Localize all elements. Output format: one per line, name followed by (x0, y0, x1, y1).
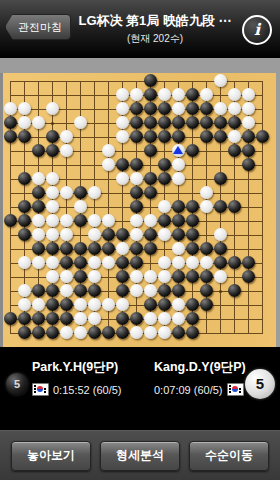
hoshi-point (219, 290, 222, 293)
black-stone (18, 214, 31, 227)
black-stone (18, 200, 31, 213)
black-stone (200, 130, 213, 143)
black-stone (130, 256, 143, 269)
grid-line (262, 81, 263, 334)
black-stone (116, 312, 129, 325)
white-stone (88, 298, 101, 311)
white-stone (200, 88, 213, 101)
black-stone (242, 256, 255, 269)
white-stone (46, 102, 59, 115)
black-stone (186, 88, 199, 101)
info-icon[interactable]: i (242, 15, 272, 45)
white-stone (60, 270, 73, 283)
white-stone (116, 298, 129, 311)
black-stone (186, 326, 199, 339)
black-stone (46, 144, 59, 157)
white-stone (60, 326, 73, 339)
white-stone (116, 102, 129, 115)
white-stone (158, 88, 171, 101)
black-stone (186, 228, 199, 241)
white-stone (158, 326, 171, 339)
black-stone (214, 256, 227, 269)
white-stone (214, 228, 227, 241)
black-stone (186, 298, 199, 311)
black-stone (4, 214, 17, 227)
white-stone (46, 214, 59, 227)
black-stone (116, 158, 129, 171)
white-stone (32, 228, 45, 241)
white-stone (130, 172, 143, 185)
black-stone (158, 298, 171, 311)
white-stone (88, 256, 101, 269)
black-stone (172, 326, 185, 339)
white-stone (60, 130, 73, 143)
black-stone (200, 284, 213, 297)
black-stone (18, 228, 31, 241)
white-stone (116, 242, 129, 255)
white-stone (158, 270, 171, 283)
white-stone (74, 116, 87, 129)
white-stone (172, 88, 185, 101)
white-stone (172, 312, 185, 325)
white-stone (88, 228, 101, 241)
black-stone (88, 326, 101, 339)
white-stone (32, 116, 45, 129)
game-title: LG杯决 第1局 映皓九段 ⋯ (78, 12, 231, 30)
black-stone (172, 228, 185, 241)
white-stone (18, 102, 31, 115)
white-stone (214, 270, 227, 283)
go-board[interactable] (0, 73, 280, 347)
black-stone (186, 312, 199, 325)
white-stone (200, 200, 213, 213)
white-stone (144, 326, 157, 339)
black-player-time: 0:15:52 (60/5) (53, 384, 122, 396)
black-stone (144, 88, 157, 101)
black-stone (74, 214, 87, 227)
white-stone (74, 326, 87, 339)
black-stone (130, 130, 143, 143)
player-info-panel: 5 Park.Y.H(9단P) 0:15:52 (60/5) Kang.D.Y(… (0, 347, 280, 430)
black-stone (46, 312, 59, 325)
black-stone (186, 200, 199, 213)
black-stone (214, 242, 227, 255)
black-stone (32, 144, 45, 157)
white-stone (18, 298, 31, 311)
black-stone (46, 298, 59, 311)
white-stone (102, 298, 115, 311)
black-stone (186, 144, 199, 157)
white-stone (60, 214, 73, 227)
try-moves-button[interactable]: 놓아보기 (11, 441, 91, 471)
black-stone (74, 284, 87, 297)
black-stone (60, 298, 73, 311)
white-stone (130, 270, 143, 283)
black-stone (102, 326, 115, 339)
white-stone (130, 228, 143, 241)
white-stone (102, 214, 115, 227)
black-stone (88, 242, 101, 255)
black-stone (144, 102, 157, 115)
black-stone (172, 284, 185, 297)
black-stone (242, 130, 255, 143)
black-captures-badge: 5 (6, 373, 28, 395)
white-stone (144, 270, 157, 283)
black-stone (242, 144, 255, 157)
black-stone (46, 242, 59, 255)
black-stone (144, 228, 157, 241)
white-stone (228, 102, 241, 115)
black-stone (228, 200, 241, 213)
white-stone (18, 284, 31, 297)
white-stone (214, 74, 227, 87)
white-stone (200, 256, 213, 269)
black-stone (32, 284, 45, 297)
position-analysis-button[interactable]: 형세분석 (100, 441, 180, 471)
black-stone (32, 242, 45, 255)
white-stone (74, 312, 87, 325)
white-stone (4, 102, 17, 115)
white-stone (32, 214, 45, 227)
current-move-label: (현재 202수) (127, 32, 183, 46)
stop-watching-button[interactable]: 관전마침 (5, 14, 71, 40)
white-stone (116, 116, 129, 129)
black-stone (214, 172, 227, 185)
white-stone (130, 214, 143, 227)
black-stone (130, 242, 143, 255)
board-top-margin (0, 58, 280, 73)
black-stone (144, 130, 157, 143)
black-stone (172, 270, 185, 283)
white-stone (46, 200, 59, 213)
black-stone (200, 270, 213, 283)
black-stone (32, 200, 45, 213)
black-player-time-row: 0:15:52 (60/5) (32, 383, 152, 396)
south-korea-flag-icon (227, 383, 244, 396)
white-stone (144, 214, 157, 227)
white-stone (144, 284, 157, 297)
black-stone (144, 186, 157, 199)
black-stone (60, 242, 73, 255)
black-stone (144, 298, 157, 311)
black-stone (214, 116, 227, 129)
white-player-time: 0:07:09 (60/5) (154, 384, 223, 396)
black-player-info: Park.Y.H(9단P) 0:15:52 (60/5) (32, 359, 152, 396)
title-bar: 관전마침 LG杯决 第1局 映皓九段 ⋯ (현재 202수) i (0, 0, 280, 59)
white-stone (46, 270, 59, 283)
black-stone (144, 242, 157, 255)
black-stone (60, 312, 73, 325)
black-stone (186, 116, 199, 129)
black-stone (4, 130, 17, 143)
white-stone (228, 130, 241, 143)
black-stone (214, 200, 227, 213)
last-move-marker (173, 146, 183, 154)
black-stone (200, 116, 213, 129)
black-stone (4, 312, 17, 325)
white-stone (158, 228, 171, 241)
black-stone (74, 186, 87, 199)
white-stone (32, 298, 45, 311)
white-stone (172, 298, 185, 311)
black-stone (186, 242, 199, 255)
header-titles: LG杯决 第1局 映皓九段 ⋯ (현재 202수) (70, 0, 240, 58)
black-stone (228, 256, 241, 269)
white-stone (32, 256, 45, 269)
black-stone (18, 326, 31, 339)
black-stone (32, 312, 45, 325)
white-stone (172, 172, 185, 185)
white-stone (88, 270, 101, 283)
black-stone (158, 284, 171, 297)
black-stone (116, 256, 129, 269)
black-stone (18, 172, 31, 185)
black-stone (18, 312, 31, 325)
black-stone (116, 326, 129, 339)
black-stone (228, 284, 241, 297)
black-stone (158, 130, 171, 143)
black-stone (130, 158, 143, 171)
black-stone (158, 102, 171, 115)
white-stone (88, 214, 101, 227)
white-stone (116, 130, 129, 143)
black-stone (102, 228, 115, 241)
black-stone (116, 284, 129, 297)
grid-line (108, 81, 109, 334)
black-player-name: Park.Y.H(9단P) (32, 359, 152, 376)
black-stone (32, 186, 45, 199)
white-stone (228, 88, 241, 101)
black-stone (186, 102, 199, 115)
white-stone (172, 102, 185, 115)
black-stone (144, 116, 157, 129)
white-stone (130, 284, 143, 297)
white-stone (46, 228, 59, 241)
white-captures-badge: 5 (245, 369, 275, 399)
black-stone (228, 144, 241, 157)
white-stone (144, 312, 157, 325)
white-stone (130, 88, 143, 101)
white-stone (46, 186, 59, 199)
white-stone (158, 200, 171, 213)
black-stone (144, 144, 157, 157)
black-stone (172, 130, 185, 143)
black-stone (116, 228, 129, 241)
white-stone (116, 88, 129, 101)
white-stone (102, 144, 115, 157)
app-screen: 관전마침 LG杯决 第1局 映皓九段 ⋯ (현재 202수) i 5 Park.… (0, 0, 280, 480)
white-stone (116, 172, 129, 185)
black-stone (74, 242, 87, 255)
black-stone (130, 312, 143, 325)
south-korea-flag-icon (32, 383, 49, 396)
black-stone (200, 102, 213, 115)
black-stone (200, 242, 213, 255)
black-stone (74, 270, 87, 283)
white-stone (242, 116, 255, 129)
hoshi-point (51, 122, 54, 125)
black-stone (46, 284, 59, 297)
black-stone (186, 214, 199, 227)
white-stone (60, 144, 73, 157)
white-stone (214, 102, 227, 115)
black-stone (172, 116, 185, 129)
white-stone (46, 256, 59, 269)
white-stone (88, 312, 101, 325)
black-stone (46, 326, 59, 339)
black-stone (116, 270, 129, 283)
white-stone (130, 326, 143, 339)
black-stone (130, 186, 143, 199)
move-navigation-button[interactable]: 수순이동 (189, 441, 269, 471)
white-stone (200, 186, 213, 199)
white-stone (46, 172, 59, 185)
black-stone (200, 298, 213, 311)
white-stone (158, 312, 171, 325)
black-stone (186, 270, 199, 283)
black-stone (102, 242, 115, 255)
white-stone (102, 158, 115, 171)
white-stone (158, 256, 171, 269)
bottom-toolbar: 놓아보기 형세분석 수순이동 (0, 430, 280, 480)
white-stone (74, 298, 87, 311)
white-stone (32, 172, 45, 185)
white-stone (18, 116, 31, 129)
white-stone (60, 228, 73, 241)
white-stone (74, 200, 87, 213)
white-stone (18, 256, 31, 269)
black-stone (144, 172, 157, 185)
black-stone (228, 116, 241, 129)
white-stone (242, 88, 255, 101)
black-stone (172, 214, 185, 227)
black-stone (214, 130, 227, 143)
white-stone (60, 186, 73, 199)
black-stone (88, 284, 101, 297)
white-stone (88, 186, 101, 199)
black-stone (32, 326, 45, 339)
black-stone (158, 116, 171, 129)
white-stone (172, 256, 185, 269)
black-stone (18, 130, 31, 143)
black-stone (242, 270, 255, 283)
black-stone (242, 158, 255, 171)
white-stone (172, 158, 185, 171)
black-stone (4, 116, 17, 129)
black-stone (158, 172, 171, 185)
black-stone (256, 130, 269, 143)
black-stone (74, 256, 87, 269)
black-stone (46, 130, 59, 143)
black-stone (60, 256, 73, 269)
black-stone (130, 116, 143, 129)
black-stone (130, 200, 143, 213)
white-stone (60, 284, 73, 297)
white-stone (242, 102, 255, 115)
black-stone (158, 158, 171, 171)
black-stone (172, 200, 185, 213)
white-stone (172, 242, 185, 255)
black-stone (144, 74, 157, 87)
black-stone (130, 102, 143, 115)
black-stone (158, 214, 171, 227)
white-stone (186, 256, 199, 269)
white-stone (102, 256, 115, 269)
